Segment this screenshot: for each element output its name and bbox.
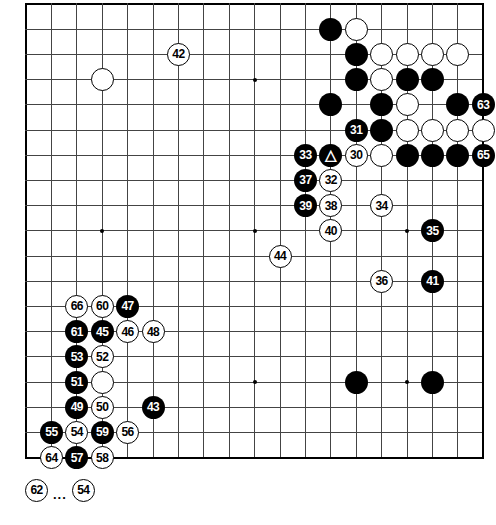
stone-white [446, 43, 469, 66]
stone-white [91, 68, 114, 91]
stone-move-51: 51 [65, 371, 88, 394]
stone-black [446, 93, 469, 116]
go-board: △303132333435363738394041424344454647484… [0, 0, 496, 472]
stone-white [396, 93, 419, 116]
stone-move-65: 65 [472, 144, 495, 167]
stone-move-53: 53 [65, 345, 88, 368]
stone-black [319, 18, 342, 41]
stone-move-33: 33 [294, 144, 317, 167]
stone-move-34: 34 [370, 194, 393, 217]
go-diagram: △303132333435363738394041424344454647484… [0, 0, 496, 525]
stone-black [370, 119, 393, 142]
stone-move-36: 36 [370, 270, 393, 293]
stone-move-40: 40 [319, 219, 342, 242]
star-point [253, 78, 257, 82]
grid-line-vertical [305, 3, 306, 459]
stone-move-57: 57 [65, 446, 88, 469]
caption-ellipsis: ... [53, 487, 67, 502]
stone-move-42: 42 [167, 43, 190, 66]
stone-move-61: 61 [65, 320, 88, 343]
stone-move-31: 31 [345, 119, 368, 142]
stone-black [345, 43, 368, 66]
grid-line-vertical [457, 3, 458, 459]
stone-move-64: 64 [40, 446, 63, 469]
move-annotation: 62 ... 54 [25, 478, 95, 502]
stone-white [446, 119, 469, 142]
stone-black [421, 68, 444, 91]
stone-move-56: 56 [116, 421, 139, 444]
stone-black [421, 371, 444, 394]
stone-white [421, 119, 444, 142]
stone-move-66: 66 [65, 295, 88, 318]
stone-white [396, 43, 419, 66]
stone-white [91, 371, 114, 394]
stone-black [345, 68, 368, 91]
grid-line-horizontal [25, 281, 484, 282]
stone-move-63: 63 [472, 93, 495, 116]
stone-move-50: 50 [91, 396, 114, 419]
stone-move-30: 30 [345, 144, 368, 167]
stone-move-41: 41 [421, 270, 444, 293]
stone-black [319, 93, 342, 116]
stone-white [370, 43, 393, 66]
stone-move-45: 45 [91, 320, 114, 343]
stone-move-47: 47 [116, 295, 139, 318]
stone-move-52: 52 [91, 345, 114, 368]
stone-black [396, 144, 419, 167]
stone-white [370, 144, 393, 167]
stone-move-58: 58 [91, 446, 114, 469]
stone-move-59: 59 [91, 421, 114, 444]
star-point [405, 229, 409, 233]
stone-white [345, 18, 368, 41]
grid-line-vertical [482, 3, 484, 459]
stone-white [421, 43, 444, 66]
stone-move-46: 46 [116, 320, 139, 343]
stone-move-35: 35 [421, 219, 444, 242]
stone-black [396, 68, 419, 91]
star-point [253, 380, 257, 384]
stone-move-32: 32 [319, 169, 342, 192]
star-point [405, 380, 409, 384]
stone-white [370, 68, 393, 91]
stone-move-54: 54 [65, 421, 88, 444]
grid-line-vertical [280, 3, 281, 459]
caption-at-move-stone: 54 [72, 479, 95, 502]
star-point [253, 229, 257, 233]
star-point [100, 229, 104, 233]
stone-triangle-marked: △ [319, 144, 342, 167]
stone-move-44: 44 [269, 245, 292, 268]
grid-line-horizontal [25, 256, 484, 257]
stone-move-60: 60 [91, 295, 114, 318]
stone-white [396, 119, 419, 142]
stone-move-43: 43 [142, 396, 165, 419]
stone-move-38: 38 [319, 194, 342, 217]
stone-white [472, 119, 495, 142]
stone-move-48: 48 [142, 320, 165, 343]
stone-move-39: 39 [294, 194, 317, 217]
caption-move-stone: 62 [25, 479, 48, 502]
stone-black [446, 144, 469, 167]
stone-move-49: 49 [65, 396, 88, 419]
stone-black [421, 144, 444, 167]
stone-move-37: 37 [294, 169, 317, 192]
stone-black [370, 93, 393, 116]
stone-black [345, 371, 368, 394]
stone-move-55: 55 [40, 421, 63, 444]
